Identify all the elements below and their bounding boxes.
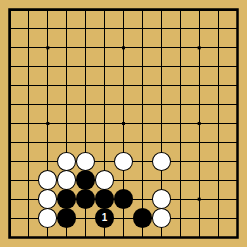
intersection[interactable]: [57, 171, 76, 190]
intersection[interactable]: [76, 1, 95, 20]
intersection[interactable]: [227, 152, 246, 171]
intersection[interactable]: [227, 95, 246, 114]
intersection[interactable]: [190, 76, 209, 95]
intersection[interactable]: [152, 152, 171, 171]
intersection[interactable]: [57, 76, 76, 95]
intersection[interactable]: [209, 38, 228, 57]
intersection[interactable]: [133, 114, 152, 133]
intersection[interactable]: [209, 114, 228, 133]
white-stone: [152, 189, 171, 208]
intersection[interactable]: [95, 133, 114, 152]
intersection[interactable]: [114, 57, 133, 76]
intersection[interactable]: [152, 95, 171, 114]
intersection[interactable]: [38, 95, 57, 114]
intersection[interactable]: [209, 152, 228, 171]
intersection[interactable]: [209, 1, 228, 20]
black-stone: 1: [95, 208, 114, 227]
intersection[interactable]: [152, 171, 171, 190]
intersection[interactable]: [171, 114, 190, 133]
intersection[interactable]: [1, 190, 20, 209]
intersection[interactable]: [76, 57, 95, 76]
intersection[interactable]: [227, 1, 246, 20]
intersection[interactable]: [171, 190, 190, 209]
intersection[interactable]: [1, 209, 20, 228]
intersection[interactable]: [38, 19, 57, 38]
intersection[interactable]: [38, 133, 57, 152]
intersection[interactable]: [114, 152, 133, 171]
intersection[interactable]: [152, 133, 171, 152]
intersection[interactable]: [171, 152, 190, 171]
intersection[interactable]: [114, 133, 133, 152]
white-stone: [76, 152, 95, 171]
intersection[interactable]: [171, 171, 190, 190]
intersection[interactable]: [19, 38, 38, 57]
intersection[interactable]: [38, 76, 57, 95]
intersection[interactable]: [19, 76, 38, 95]
intersection[interactable]: [190, 209, 209, 228]
intersection[interactable]: [190, 1, 209, 20]
white-stone: [152, 208, 171, 227]
intersection[interactable]: [133, 190, 152, 209]
intersection[interactable]: [95, 171, 114, 190]
intersection[interactable]: [19, 209, 38, 228]
intersection[interactable]: [95, 114, 114, 133]
white-stone: [95, 170, 114, 189]
intersection[interactable]: [133, 76, 152, 95]
intersection[interactable]: [227, 38, 246, 57]
intersection[interactable]: [190, 57, 209, 76]
intersection[interactable]: [38, 57, 57, 76]
intersection[interactable]: [209, 190, 228, 209]
white-stone: [114, 152, 133, 171]
intersection[interactable]: [76, 152, 95, 171]
intersection[interactable]: [227, 76, 246, 95]
intersection[interactable]: [95, 190, 114, 209]
intersection[interactable]: [227, 133, 246, 152]
intersection[interactable]: [95, 57, 114, 76]
intersection[interactable]: [152, 209, 171, 228]
intersection[interactable]: [1, 227, 20, 246]
white-stone: [38, 208, 57, 227]
intersection[interactable]: [114, 95, 133, 114]
intersection[interactable]: [133, 1, 152, 20]
intersection[interactable]: [114, 19, 133, 38]
intersection[interactable]: [171, 38, 190, 57]
intersection[interactable]: [57, 38, 76, 57]
intersection[interactable]: [114, 1, 133, 20]
intersection[interactable]: [19, 133, 38, 152]
intersection[interactable]: [19, 1, 38, 20]
intersection[interactable]: [209, 227, 228, 246]
intersection[interactable]: [19, 190, 38, 209]
intersection[interactable]: [38, 1, 57, 20]
intersection[interactable]: [114, 171, 133, 190]
intersection[interactable]: [19, 57, 38, 76]
intersection[interactable]: [38, 114, 57, 133]
intersection[interactable]: [57, 57, 76, 76]
intersection[interactable]: [171, 95, 190, 114]
intersection[interactable]: [1, 171, 20, 190]
intersection[interactable]: [38, 227, 57, 246]
intersection[interactable]: [152, 76, 171, 95]
intersection[interactable]: [227, 19, 246, 38]
intersection[interactable]: [190, 152, 209, 171]
intersection[interactable]: [133, 95, 152, 114]
intersection[interactable]: [133, 227, 152, 246]
intersection[interactable]: [209, 19, 228, 38]
intersection[interactable]: [19, 152, 38, 171]
intersection[interactable]: [1, 1, 20, 20]
intersection[interactable]: [209, 171, 228, 190]
intersection[interactable]: [114, 114, 133, 133]
intersection[interactable]: [209, 209, 228, 228]
intersection[interactable]: [190, 38, 209, 57]
intersection[interactable]: [227, 209, 246, 228]
go-board: 1: [1, 1, 247, 247]
intersection[interactable]: [38, 171, 57, 190]
intersection[interactable]: [190, 133, 209, 152]
intersection[interactable]: [76, 76, 95, 95]
intersection[interactable]: [1, 133, 20, 152]
intersection[interactable]: [133, 171, 152, 190]
intersection[interactable]: [19, 95, 38, 114]
intersection[interactable]: [95, 19, 114, 38]
intersection[interactable]: [209, 76, 228, 95]
black-stone: [57, 208, 76, 227]
intersection[interactable]: [57, 1, 76, 20]
intersection[interactable]: [76, 209, 95, 228]
white-stone: [57, 170, 76, 189]
white-stone: [38, 189, 57, 208]
intersection[interactable]: [57, 95, 76, 114]
intersection[interactable]: [57, 114, 76, 133]
intersection[interactable]: [209, 95, 228, 114]
intersection[interactable]: [190, 227, 209, 246]
black-stone: [95, 189, 114, 208]
intersection[interactable]: [57, 152, 76, 171]
intersection[interactable]: [76, 95, 95, 114]
intersection[interactable]: [38, 190, 57, 209]
intersection[interactable]: [171, 57, 190, 76]
intersection[interactable]: [95, 1, 114, 20]
black-stone: [76, 170, 95, 189]
black-stone: [114, 189, 133, 208]
black-stone: [57, 189, 76, 208]
intersection[interactable]: [76, 227, 95, 246]
intersection[interactable]: [227, 227, 246, 246]
intersection[interactable]: [114, 209, 133, 228]
intersection[interactable]: [76, 190, 95, 209]
intersection[interactable]: [1, 38, 20, 57]
intersection[interactable]: [227, 114, 246, 133]
intersection[interactable]: [19, 171, 38, 190]
intersection[interactable]: [227, 190, 246, 209]
intersection[interactable]: [76, 171, 95, 190]
intersection[interactable]: [171, 227, 190, 246]
intersection[interactable]: [38, 152, 57, 171]
intersection[interactable]: [19, 227, 38, 246]
intersection[interactable]: [152, 57, 171, 76]
intersection[interactable]: [76, 38, 95, 57]
white-stone: [57, 152, 76, 171]
intersection[interactable]: [190, 19, 209, 38]
intersection[interactable]: [133, 133, 152, 152]
intersection[interactable]: [57, 209, 76, 228]
intersection[interactable]: [190, 95, 209, 114]
intersection[interactable]: [190, 171, 209, 190]
intersection[interactable]: 1: [95, 209, 114, 228]
intersection[interactable]: [152, 227, 171, 246]
intersection[interactable]: [227, 57, 246, 76]
intersection[interactable]: [114, 227, 133, 246]
intersection[interactable]: [19, 114, 38, 133]
intersection[interactable]: [171, 209, 190, 228]
intersection[interactable]: [95, 76, 114, 95]
intersection[interactable]: [57, 19, 76, 38]
intersection[interactable]: [114, 38, 133, 57]
intersection[interactable]: [152, 1, 171, 20]
intersection[interactable]: [1, 57, 20, 76]
intersection[interactable]: [57, 227, 76, 246]
intersection[interactable]: [171, 19, 190, 38]
intersection[interactable]: [133, 57, 152, 76]
intersection[interactable]: [57, 190, 76, 209]
intersection[interactable]: [76, 114, 95, 133]
intersection[interactable]: [19, 19, 38, 38]
intersection[interactable]: [76, 19, 95, 38]
go-diagram: 1: [0, 0, 247, 247]
intersection[interactable]: [190, 114, 209, 133]
intersection[interactable]: [133, 38, 152, 57]
intersection[interactable]: [95, 95, 114, 114]
black-stone: [133, 208, 152, 227]
intersection[interactable]: [57, 133, 76, 152]
black-stone: [76, 189, 95, 208]
intersection[interactable]: [133, 19, 152, 38]
intersection[interactable]: [171, 1, 190, 20]
intersection[interactable]: [133, 209, 152, 228]
white-stone: [152, 152, 171, 171]
white-stone: [38, 170, 57, 189]
intersection[interactable]: [152, 114, 171, 133]
intersection[interactable]: [152, 19, 171, 38]
intersection[interactable]: [1, 152, 20, 171]
intersection[interactable]: [95, 38, 114, 57]
intersection[interactable]: [95, 227, 114, 246]
intersection[interactable]: [152, 190, 171, 209]
intersection[interactable]: [95, 152, 114, 171]
move-number-label: 1: [102, 213, 108, 223]
intersection[interactable]: [1, 76, 20, 95]
intersection[interactable]: [1, 114, 20, 133]
intersection[interactable]: [152, 38, 171, 57]
intersection[interactable]: [38, 38, 57, 57]
intersection[interactable]: [1, 19, 20, 38]
intersection[interactable]: [227, 171, 246, 190]
intersection[interactable]: [171, 76, 190, 95]
intersection[interactable]: [114, 190, 133, 209]
intersection[interactable]: [38, 209, 57, 228]
intersection[interactable]: [114, 76, 133, 95]
intersection[interactable]: [190, 190, 209, 209]
intersection[interactable]: [133, 152, 152, 171]
intersection[interactable]: [171, 133, 190, 152]
intersection[interactable]: [209, 57, 228, 76]
intersection[interactable]: [1, 95, 20, 114]
intersection[interactable]: [209, 133, 228, 152]
intersection[interactable]: [76, 133, 95, 152]
